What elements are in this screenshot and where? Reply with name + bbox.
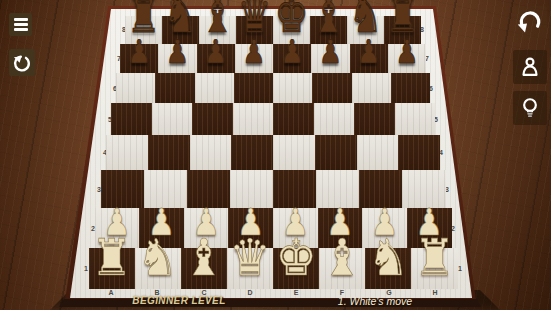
piece-black-pawn-h7[interactable]: ♟ <box>395 36 418 69</box>
square-h6[interactable] <box>391 73 430 103</box>
square-g1[interactable]: ♞ <box>365 248 411 289</box>
square-g4[interactable] <box>357 135 399 170</box>
piece-black-pawn-e7[interactable]: ♟ <box>280 36 303 69</box>
square-h5[interactable] <box>395 103 436 135</box>
chess-app-screen: ♜♞♝♛♚♝♞♜♟♟♟♟♟♟♟♟♟♟♟♟♟♟♟♟♜♞♝♛♚♝♞♜ 8877665… <box>0 0 551 310</box>
hint-bulb-icon <box>517 95 543 121</box>
menu-button[interactable] <box>9 13 32 36</box>
hint-button[interactable] <box>513 91 547 125</box>
piece-white-bishop-c1[interactable]: ♝ <box>183 232 224 283</box>
square-b5[interactable] <box>152 103 193 135</box>
piece-white-queen-d1[interactable]: ♛ <box>229 232 270 283</box>
square-c1[interactable]: ♝ <box>181 248 227 289</box>
square-e4[interactable] <box>273 135 315 170</box>
file-label-e: E <box>294 289 299 296</box>
square-h1[interactable]: ♜ <box>411 248 457 289</box>
piece-black-pawn-d7[interactable]: ♟ <box>242 36 265 69</box>
square-c7[interactable]: ♟ <box>197 44 235 73</box>
square-b6[interactable] <box>155 73 194 103</box>
square-f6[interactable] <box>312 73 351 103</box>
square-c6[interactable] <box>195 73 234 103</box>
square-d6[interactable] <box>234 73 273 103</box>
square-g5[interactable] <box>354 103 395 135</box>
rank-row-1: ♜♞♝♛♚♝♞♜ <box>89 248 458 289</box>
square-f5[interactable] <box>314 103 355 135</box>
chess-board: ♜♞♝♛♚♝♞♜♟♟♟♟♟♟♟♟♟♟♟♟♟♟♟♟♜♞♝♛♚♝♞♜ <box>0 16 546 289</box>
square-e5[interactable] <box>273 103 314 135</box>
square-g6[interactable] <box>352 73 391 103</box>
rank-label-right-1: 1 <box>458 265 462 272</box>
square-c5[interactable] <box>192 103 233 135</box>
square-b1[interactable]: ♞ <box>135 248 181 289</box>
piece-white-rook-h1[interactable]: ♜ <box>414 232 455 283</box>
square-a7[interactable]: ♟ <box>120 44 158 73</box>
piece-white-rook-a1[interactable]: ♜ <box>91 232 132 283</box>
square-a1[interactable]: ♜ <box>89 248 135 289</box>
player-mode-button[interactable] <box>513 50 547 84</box>
difficulty-level-label: BEGINNER LEVEL <box>108 295 250 306</box>
square-e1[interactable]: ♚ <box>273 248 319 289</box>
square-e7[interactable]: ♟ <box>273 44 311 73</box>
piece-black-pawn-b7[interactable]: ♟ <box>166 36 189 69</box>
piece-white-knight-g1[interactable]: ♞ <box>368 232 409 283</box>
rotate-board-icon <box>11 52 33 74</box>
rank-row-5 <box>111 103 435 135</box>
square-a4[interactable] <box>106 135 148 170</box>
square-d4[interactable] <box>231 135 273 170</box>
piece-black-pawn-a7[interactable]: ♟ <box>127 36 150 69</box>
piece-white-bishop-f1[interactable]: ♝ <box>322 232 363 283</box>
square-f1[interactable]: ♝ <box>319 248 365 289</box>
rank-row-4 <box>106 135 440 170</box>
rank-row-7: ♟♟♟♟♟♟♟♟ <box>120 44 426 73</box>
rotate-board-button[interactable] <box>9 49 35 76</box>
rank-row-6 <box>116 73 430 103</box>
square-d7[interactable]: ♟ <box>235 44 273 73</box>
undo-move-button[interactable] <box>513 6 547 40</box>
square-d5[interactable] <box>233 103 274 135</box>
rank-label-right-3: 3 <box>445 186 449 193</box>
piece-black-pawn-f7[interactable]: ♟ <box>319 36 342 69</box>
rank-label-left-1: 1 <box>84 265 88 272</box>
undo-icon <box>515 8 545 38</box>
square-e6[interactable] <box>273 73 312 103</box>
square-f4[interactable] <box>315 135 357 170</box>
square-b4[interactable] <box>148 135 190 170</box>
square-f7[interactable]: ♟ <box>311 44 349 73</box>
square-a5[interactable] <box>111 103 152 135</box>
square-c4[interactable] <box>190 135 232 170</box>
piece-white-knight-b1[interactable]: ♞ <box>137 232 178 283</box>
square-h4[interactable] <box>398 135 440 170</box>
square-a6[interactable] <box>116 73 155 103</box>
piece-white-king-e1[interactable]: ♚ <box>275 232 316 283</box>
square-d1[interactable]: ♛ <box>227 248 273 289</box>
move-status-label: 1. White's move <box>310 295 440 307</box>
menu-icon <box>14 18 28 31</box>
square-g7[interactable]: ♟ <box>350 44 388 73</box>
square-b7[interactable]: ♟ <box>158 44 196 73</box>
piece-black-pawn-g7[interactable]: ♟ <box>357 36 380 69</box>
piece-black-pawn-c7[interactable]: ♟ <box>204 36 227 69</box>
square-h7[interactable]: ♟ <box>388 44 426 73</box>
player-mode-icon <box>517 54 543 80</box>
